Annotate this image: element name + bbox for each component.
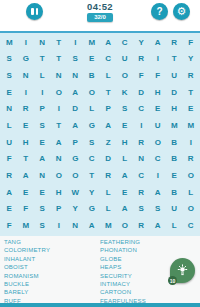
word-counter-badge: 32/0 [87,13,113,23]
grid-cell[interactable]: U [1,134,18,151]
grid-cell[interactable]: S [1,51,18,68]
word-list-item: BARELY [4,288,50,296]
word-column-left: TANGCOLORIMETRYINHALANTOBOISTROMANISMBUC… [4,238,50,305]
grid-cell[interactable]: O [117,217,134,234]
grid-cell[interactable]: U [166,201,183,218]
grid-cell[interactable]: A [1,184,18,201]
grid-cell[interactable]: R [183,67,200,84]
grid-cell[interactable]: M [166,117,183,134]
grid-cell[interactable]: R [133,134,150,151]
grid-cell[interactable]: I [51,217,68,234]
grid-cell[interactable]: F [1,217,18,234]
grid-cell[interactable]: S [1,67,18,84]
word-list-item: COLORIMETRY [4,246,50,254]
grid-cell[interactable]: E [150,101,167,118]
grid-cell[interactable]: Z [100,134,117,151]
grid-cell[interactable]: B [166,184,183,201]
letter-grid: MINTIMACYARFSGTTSECURITYSNLNNBLOFFUREIIO… [1,34,199,234]
grid-cell[interactable]: T [18,151,35,168]
grid-cell[interactable]: L [117,151,134,168]
grid-cell[interactable]: E [18,117,35,134]
header-bar: 04:52 32/0 ? ⚙ [0,0,200,31]
grid-cell[interactable]: I [183,134,200,151]
grid-cell[interactable]: S [34,117,51,134]
grid-cell[interactable]: C [133,167,150,184]
hint-count-badge: 10 [168,276,177,285]
grid-cell[interactable]: C [133,101,150,118]
word-search-screen: 04:52 32/0 ? ⚙ MINTIMACYARFSGTTSECURITYS… [0,0,200,307]
grid-cell[interactable]: W [67,184,84,201]
lightbulb-icon [176,264,189,277]
grid-cell[interactable]: M [18,217,35,234]
grid-cell[interactable]: R [133,51,150,68]
grid-cell[interactable]: T [166,51,183,68]
grid-cell[interactable]: A [18,167,35,184]
grid-cell[interactable]: N [51,67,68,84]
grid-cell[interactable]: A [150,34,167,51]
grid-cell[interactable]: E [166,167,183,184]
grid-cell[interactable]: T [84,167,101,184]
grid-cell[interactable]: E [183,101,200,118]
grid-cell[interactable]: A [150,184,167,201]
grid-cell[interactable]: S [34,201,51,218]
grid-cell[interactable]: P [51,201,68,218]
grid-cell[interactable]: L [100,184,117,201]
grid-cell[interactable]: Y [84,184,101,201]
grid-cell[interactable]: L [1,117,18,134]
word-list-item: TANG [4,238,50,246]
grid-cell[interactable]: I [67,34,84,51]
grid-cell[interactable]: P [100,101,117,118]
grid-cell[interactable]: A [67,84,84,101]
grid-cell[interactable]: L [183,184,200,201]
grid-cell[interactable]: T [183,84,200,101]
grid-cell[interactable]: M [183,117,200,134]
grid-cell[interactable]: F [1,151,18,168]
grid-cell[interactable]: U [117,51,134,68]
grid-cell[interactable]: D [166,84,183,101]
grid-cell[interactable]: Y [183,51,200,68]
grid-cell[interactable]: L [166,217,183,234]
grid-cell[interactable]: I [18,84,35,101]
grid-cell[interactable]: A [51,134,68,151]
grid-cell[interactable]: A [100,34,117,51]
grid-cell[interactable]: G [84,201,101,218]
grid-cell[interactable]: D [67,101,84,118]
grid-cell[interactable]: C [150,151,167,168]
grid-cell[interactable]: D [100,151,117,168]
grid-cell[interactable]: A [150,217,167,234]
grid-cell[interactable]: N [34,167,51,184]
grid-cell[interactable]: C [84,151,101,168]
grid-cell[interactable]: S [84,134,101,151]
word-list-item: ROMANISM [4,272,50,280]
grid-cell[interactable]: O [84,84,101,101]
word-column-right: FEATHERINGPHONATIONGLOBEHEAPSSECURITYINT… [100,238,146,305]
grid-cell[interactable]: I [51,101,68,118]
grid-cell[interactable]: T [100,84,117,101]
grid-cell[interactable]: I [150,167,167,184]
grid-cell[interactable]: U [166,67,183,84]
grid-cell[interactable]: R [183,151,200,168]
grid-cell[interactable]: E [84,51,101,68]
grid-cell[interactable]: U [150,117,167,134]
grid-cell[interactable]: O [150,134,167,151]
grid-cell[interactable]: E [34,184,51,201]
word-list-item: CARTOON [100,288,146,296]
grid-cell[interactable]: E [117,184,134,201]
grid-cell[interactable]: Y [67,201,84,218]
grid-cell[interactable]: G [18,51,35,68]
grid-cell[interactable]: T [51,117,68,134]
grid-cell[interactable]: L [100,201,117,218]
settings-button[interactable]: ⚙ [173,3,190,20]
word-list-item: GLOBE [100,255,146,263]
grid-cell[interactable]: T [51,34,68,51]
word-list-item: SECURITY [100,272,146,280]
grid-cell[interactable]: F [150,67,167,84]
grid-cell[interactable]: B [84,67,101,84]
grid-cell[interactable]: M [84,34,101,51]
grid-cell[interactable]: F [133,67,150,84]
grid-cell[interactable]: N [67,217,84,234]
grid-cell[interactable]: I [34,84,51,101]
hint-button[interactable]: 10 [170,258,195,283]
grid-cell[interactable]: T [51,51,68,68]
timer: 04:52 [0,1,200,12]
grid-cell[interactable]: H [18,134,35,151]
grid-cell[interactable]: B [166,151,183,168]
grid-cell[interactable]: E [34,134,51,151]
grid-cell[interactable]: Y [133,34,150,51]
grid-cell[interactable]: R [133,217,150,234]
grid-cell[interactable]: T [34,51,51,68]
grid-cell[interactable]: D [133,84,150,101]
grid-cell[interactable]: S [150,201,167,218]
word-list-item: OBOIST [4,263,50,271]
grid-cell[interactable]: A [117,201,134,218]
grid-cell[interactable]: L [34,67,51,84]
grid-cell[interactable]: N [34,34,51,51]
grid-cell[interactable]: N [1,101,18,118]
grid-cell[interactable]: N [18,67,35,84]
grid-cell[interactable]: S [67,51,84,68]
grid-cell[interactable]: G [67,151,84,168]
grid-cell[interactable]: E [1,84,18,101]
grid-cell[interactable]: O [67,167,84,184]
word-list-item: FEATHERING [100,238,146,246]
grid-cell[interactable]: O [117,67,134,84]
grid-cell[interactable]: R [133,184,150,201]
grid-cell[interactable]: R [1,167,18,184]
gear-icon: ⚙ [177,6,187,17]
grid-cell[interactable]: R [18,101,35,118]
help-button[interactable]: ? [151,3,168,20]
grid-cell[interactable]: N [67,67,84,84]
grid-cell[interactable]: E [18,184,35,201]
grid-cell[interactable]: O [51,167,68,184]
grid-cell[interactable]: S [117,101,134,118]
grid-cell[interactable]: F [183,34,200,51]
grid-cell[interactable]: C [183,217,200,234]
grid-cell[interactable]: G [84,117,101,134]
grid-cell[interactable]: M [100,217,117,234]
grid-cell[interactable]: O [183,201,200,218]
grid-cell[interactable]: A [117,167,134,184]
grid-cell[interactable]: N [51,151,68,168]
grid-cell[interactable]: P [67,134,84,151]
word-list-item: HEAPS [100,263,146,271]
grid-cell[interactable]: C [117,34,134,51]
grid-cell[interactable]: A [67,117,84,134]
board-area: MINTIMACYARFSGTTSECURITYSNLNNBLOFFUREIIO… [0,33,200,236]
grid-cell[interactable]: B [166,134,183,151]
word-list-item: PHONATION [100,246,146,254]
grid-cell[interactable]: H [51,184,68,201]
grid-cell[interactable]: L [84,101,101,118]
grid-cell[interactable]: R [100,167,117,184]
grid-cell[interactable]: S [34,217,51,234]
question-mark-icon: ? [156,6,162,17]
grid-cell[interactable]: L [100,67,117,84]
grid-cell[interactable]: I [133,117,150,134]
grid-cell[interactable]: E [1,201,18,218]
grid-cell[interactable]: K [117,84,134,101]
grid-cell[interactable]: P [34,101,51,118]
grid-cell[interactable]: H [150,84,167,101]
word-list-item: INHALANT [4,255,50,263]
grid-cell[interactable]: R [166,34,183,51]
grid-cell[interactable]: C [100,51,117,68]
word-list-item: BUCKLE [4,280,50,288]
grid-cell[interactable]: E [117,117,134,134]
grid-cell[interactable]: I [150,51,167,68]
grid-cell[interactable]: O [51,84,68,101]
grid-cell[interactable]: F [18,201,35,218]
bottom-bar [0,303,200,307]
grid-cell[interactable]: H [166,101,183,118]
word-list-item: INTIMACY [100,280,146,288]
grid-cell[interactable]: M [1,34,18,51]
grid-cell[interactable]: O [183,167,200,184]
grid-cell[interactable]: N [133,151,150,168]
grid-cell[interactable]: A [34,151,51,168]
grid-cell[interactable]: A [100,117,117,134]
grid-cell[interactable]: A [84,217,101,234]
grid-cell[interactable]: I [18,34,35,51]
grid-cell[interactable]: S [133,201,150,218]
grid-cell[interactable]: H [117,134,134,151]
